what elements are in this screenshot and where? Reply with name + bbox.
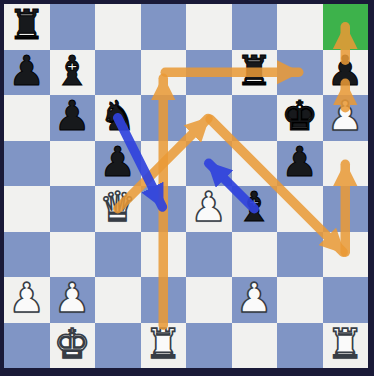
square-d1[interactable]: ♜ <box>141 323 187 369</box>
chess-board[interactable]: ♜♟♝♜♟♟♞♚♟♟♟♛♟♝♟♟♟♚♜♜ <box>4 4 368 368</box>
piece-black-bishop-f4[interactable]: ♝ <box>236 186 273 230</box>
square-e1[interactable] <box>186 323 232 369</box>
square-h6[interactable]: ♟ <box>323 95 369 141</box>
square-g5[interactable]: ♟ <box>277 141 323 187</box>
square-e5[interactable] <box>186 141 232 187</box>
piece-black-pawn-c5[interactable]: ♟ <box>99 141 136 185</box>
square-a3[interactable] <box>4 232 50 278</box>
square-e7[interactable] <box>186 50 232 96</box>
piece-white-pawn-f2[interactable]: ♟ <box>236 277 273 321</box>
square-c2[interactable] <box>95 277 141 323</box>
square-d7[interactable] <box>141 50 187 96</box>
square-b7[interactable]: ♝ <box>50 50 96 96</box>
square-h5[interactable] <box>323 141 369 187</box>
square-f2[interactable]: ♟ <box>232 277 278 323</box>
square-b4[interactable] <box>50 186 96 232</box>
square-e6[interactable] <box>186 95 232 141</box>
square-f5[interactable] <box>232 141 278 187</box>
square-c6[interactable]: ♞ <box>95 95 141 141</box>
square-a2[interactable]: ♟ <box>4 277 50 323</box>
square-c4[interactable]: ♛ <box>95 186 141 232</box>
square-h8[interactable] <box>323 4 369 50</box>
square-f4[interactable]: ♝ <box>232 186 278 232</box>
piece-black-pawn-a7[interactable]: ♟ <box>8 50 45 94</box>
piece-white-rook-d1[interactable]: ♜ <box>145 323 182 367</box>
square-f1[interactable] <box>232 323 278 369</box>
square-a1[interactable] <box>4 323 50 369</box>
square-f3[interactable] <box>232 232 278 278</box>
piece-black-pawn-g5[interactable]: ♟ <box>281 141 318 185</box>
square-d8[interactable] <box>141 4 187 50</box>
square-h2[interactable] <box>323 277 369 323</box>
piece-black-king-g6[interactable]: ♚ <box>281 95 318 139</box>
square-g8[interactable] <box>277 4 323 50</box>
square-e4[interactable]: ♟ <box>186 186 232 232</box>
square-b1[interactable]: ♚ <box>50 323 96 369</box>
square-g6[interactable]: ♚ <box>277 95 323 141</box>
square-d5[interactable] <box>141 141 187 187</box>
square-d3[interactable] <box>141 232 187 278</box>
square-c5[interactable]: ♟ <box>95 141 141 187</box>
square-f6[interactable] <box>232 95 278 141</box>
piece-black-pawn-b6[interactable]: ♟ <box>54 95 91 139</box>
square-g2[interactable] <box>277 277 323 323</box>
square-b6[interactable]: ♟ <box>50 95 96 141</box>
square-c1[interactable] <box>95 323 141 369</box>
piece-white-king-b1[interactable]: ♚ <box>54 323 91 367</box>
square-f7[interactable]: ♜ <box>232 50 278 96</box>
square-g1[interactable] <box>277 323 323 369</box>
square-b8[interactable] <box>50 4 96 50</box>
piece-white-pawn-a2[interactable]: ♟ <box>8 277 45 321</box>
square-e8[interactable] <box>186 4 232 50</box>
square-g3[interactable] <box>277 232 323 278</box>
square-a7[interactable]: ♟ <box>4 50 50 96</box>
square-c7[interactable] <box>95 50 141 96</box>
square-d6[interactable] <box>141 95 187 141</box>
square-e2[interactable] <box>186 277 232 323</box>
square-g7[interactable] <box>277 50 323 96</box>
piece-black-rook-f7[interactable]: ♜ <box>236 50 273 94</box>
square-c3[interactable] <box>95 232 141 278</box>
square-h7[interactable]: ♟ <box>323 50 369 96</box>
square-c8[interactable] <box>95 4 141 50</box>
square-b3[interactable] <box>50 232 96 278</box>
board-frame: ♜♟♝♜♟♟♞♚♟♟♟♛♟♝♟♟♟♚♜♜ <box>0 0 374 376</box>
square-e3[interactable] <box>186 232 232 278</box>
square-d2[interactable] <box>141 277 187 323</box>
square-a4[interactable] <box>4 186 50 232</box>
square-h3[interactable] <box>323 232 369 278</box>
square-h1[interactable]: ♜ <box>323 323 369 369</box>
square-b2[interactable]: ♟ <box>50 277 96 323</box>
square-f8[interactable] <box>232 4 278 50</box>
square-g4[interactable] <box>277 186 323 232</box>
square-a5[interactable] <box>4 141 50 187</box>
piece-white-rook-h1[interactable]: ♜ <box>327 323 364 367</box>
piece-black-pawn-h7[interactable]: ♟ <box>327 50 364 94</box>
square-h4[interactable] <box>323 186 369 232</box>
piece-black-rook-a8[interactable]: ♜ <box>8 4 45 48</box>
piece-white-pawn-b2[interactable]: ♟ <box>54 277 91 321</box>
square-a8[interactable]: ♜ <box>4 4 50 50</box>
piece-black-knight-c6[interactable]: ♞ <box>99 95 136 139</box>
piece-white-queen-c4[interactable]: ♛ <box>99 186 136 230</box>
square-a6[interactable] <box>4 95 50 141</box>
piece-black-bishop-b7[interactable]: ♝ <box>54 50 91 94</box>
square-d4[interactable] <box>141 186 187 232</box>
piece-white-pawn-e4[interactable]: ♟ <box>190 186 227 230</box>
square-b5[interactable] <box>50 141 96 187</box>
piece-white-pawn-h6[interactable]: ♟ <box>327 95 364 139</box>
